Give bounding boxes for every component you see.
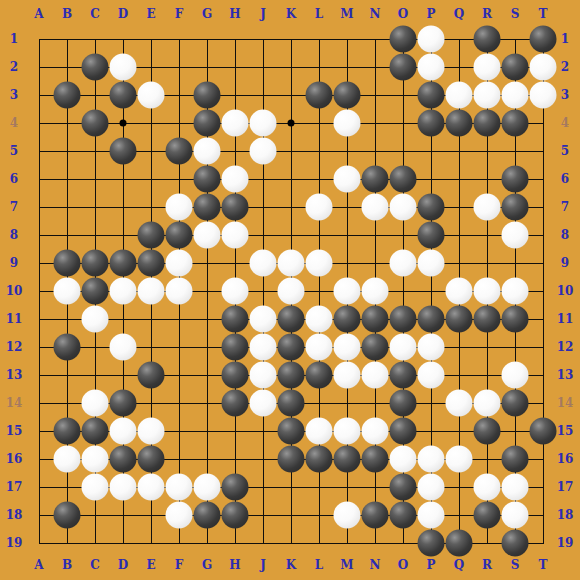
cell-K14[interactable] [277, 389, 305, 417]
cell-N4[interactable] [361, 109, 389, 137]
cell-B11[interactable] [53, 305, 81, 333]
cell-K10[interactable] [277, 277, 305, 305]
cell-P13[interactable] [417, 361, 445, 389]
cell-S13[interactable] [501, 361, 529, 389]
cell-H18[interactable] [221, 501, 249, 529]
cell-P6[interactable] [417, 165, 445, 193]
cell-P15[interactable] [417, 417, 445, 445]
cell-L3[interactable] [305, 81, 333, 109]
cell-C19[interactable] [81, 529, 109, 557]
cell-B8[interactable] [53, 221, 81, 249]
cell-O15[interactable] [389, 417, 417, 445]
cell-L17[interactable] [305, 473, 333, 501]
cell-H3[interactable] [221, 81, 249, 109]
cell-N16[interactable] [361, 445, 389, 473]
cell-O9[interactable] [389, 249, 417, 277]
cell-E15[interactable] [137, 417, 165, 445]
cell-L1[interactable] [305, 25, 333, 53]
cell-R16[interactable] [473, 445, 501, 473]
cell-L8[interactable] [305, 221, 333, 249]
cell-C15[interactable] [81, 417, 109, 445]
cell-K2[interactable] [277, 53, 305, 81]
cell-D3[interactable] [109, 81, 137, 109]
cell-R15[interactable] [473, 417, 501, 445]
cell-F4[interactable] [165, 109, 193, 137]
cell-J14[interactable] [249, 389, 277, 417]
cell-M18[interactable] [333, 501, 361, 529]
cell-L19[interactable] [305, 529, 333, 557]
cell-J19[interactable] [249, 529, 277, 557]
cell-E1[interactable] [137, 25, 165, 53]
cell-N5[interactable] [361, 137, 389, 165]
cell-C4[interactable] [81, 109, 109, 137]
cell-R14[interactable] [473, 389, 501, 417]
cell-P2[interactable] [417, 53, 445, 81]
cell-C18[interactable] [81, 501, 109, 529]
cell-P17[interactable] [417, 473, 445, 501]
cell-D7[interactable] [109, 193, 137, 221]
cell-B14[interactable] [53, 389, 81, 417]
cell-M12[interactable] [333, 333, 361, 361]
cell-O6[interactable] [389, 165, 417, 193]
cell-A13[interactable] [25, 361, 53, 389]
cell-A12[interactable] [25, 333, 53, 361]
cell-O1[interactable] [389, 25, 417, 53]
cell-Q11[interactable] [445, 305, 473, 333]
cell-G1[interactable] [193, 25, 221, 53]
cell-P18[interactable] [417, 501, 445, 529]
cell-J6[interactable] [249, 165, 277, 193]
cell-S1[interactable] [501, 25, 529, 53]
cell-M3[interactable] [333, 81, 361, 109]
cell-M16[interactable] [333, 445, 361, 473]
cell-O17[interactable] [389, 473, 417, 501]
cell-H8[interactable] [221, 221, 249, 249]
cell-A19[interactable] [25, 529, 53, 557]
cell-A1[interactable] [25, 25, 53, 53]
cell-J9[interactable] [249, 249, 277, 277]
cell-J17[interactable] [249, 473, 277, 501]
cell-N15[interactable] [361, 417, 389, 445]
cell-K8[interactable] [277, 221, 305, 249]
cell-P7[interactable] [417, 193, 445, 221]
cell-N14[interactable] [361, 389, 389, 417]
cell-L10[interactable] [305, 277, 333, 305]
cell-C11[interactable] [81, 305, 109, 333]
cell-R5[interactable] [473, 137, 501, 165]
cell-E2[interactable] [137, 53, 165, 81]
cell-J4[interactable] [249, 109, 277, 137]
cell-E8[interactable] [137, 221, 165, 249]
cell-A8[interactable] [25, 221, 53, 249]
cell-N12[interactable] [361, 333, 389, 361]
cell-A9[interactable] [25, 249, 53, 277]
cell-F13[interactable] [165, 361, 193, 389]
cell-J5[interactable] [249, 137, 277, 165]
cell-L13[interactable] [305, 361, 333, 389]
cell-K18[interactable] [277, 501, 305, 529]
cell-A6[interactable] [25, 165, 53, 193]
cell-M11[interactable] [333, 305, 361, 333]
cell-L6[interactable] [305, 165, 333, 193]
cell-F15[interactable] [165, 417, 193, 445]
cell-D8[interactable] [109, 221, 137, 249]
cell-Q10[interactable] [445, 277, 473, 305]
cell-Q18[interactable] [445, 501, 473, 529]
cell-S16[interactable] [501, 445, 529, 473]
cell-G5[interactable] [193, 137, 221, 165]
cell-H13[interactable] [221, 361, 249, 389]
cell-S12[interactable] [501, 333, 529, 361]
cell-K9[interactable] [277, 249, 305, 277]
cell-C13[interactable] [81, 361, 109, 389]
cell-O18[interactable] [389, 501, 417, 529]
cell-G6[interactable] [193, 165, 221, 193]
cell-P12[interactable] [417, 333, 445, 361]
cell-Q6[interactable] [445, 165, 473, 193]
cell-K16[interactable] [277, 445, 305, 473]
cell-A14[interactable] [25, 389, 53, 417]
cell-M7[interactable] [333, 193, 361, 221]
cell-M14[interactable] [333, 389, 361, 417]
cell-S18[interactable] [501, 501, 529, 529]
cell-N8[interactable] [361, 221, 389, 249]
cell-A3[interactable] [25, 81, 53, 109]
cell-L12[interactable] [305, 333, 333, 361]
cell-J10[interactable] [249, 277, 277, 305]
cell-B1[interactable] [53, 25, 81, 53]
cell-B16[interactable] [53, 445, 81, 473]
cell-N9[interactable] [361, 249, 389, 277]
cell-D5[interactable] [109, 137, 137, 165]
cell-K3[interactable] [277, 81, 305, 109]
cell-G8[interactable] [193, 221, 221, 249]
cell-L9[interactable] [305, 249, 333, 277]
cell-O12[interactable] [389, 333, 417, 361]
cell-B18[interactable] [53, 501, 81, 529]
cell-A5[interactable] [25, 137, 53, 165]
cell-N17[interactable] [361, 473, 389, 501]
cell-R12[interactable] [473, 333, 501, 361]
cell-P19[interactable] [417, 529, 445, 557]
cell-R7[interactable] [473, 193, 501, 221]
cell-K17[interactable] [277, 473, 305, 501]
cell-E4[interactable] [137, 109, 165, 137]
cell-D19[interactable] [109, 529, 137, 557]
cell-F14[interactable] [165, 389, 193, 417]
cell-R11[interactable] [473, 305, 501, 333]
cell-N6[interactable] [361, 165, 389, 193]
cell-D1[interactable] [109, 25, 137, 53]
cell-O4[interactable] [389, 109, 417, 137]
cell-F6[interactable] [165, 165, 193, 193]
cell-N2[interactable] [361, 53, 389, 81]
cell-N19[interactable] [361, 529, 389, 557]
cell-D4[interactable] [109, 109, 137, 137]
cell-L2[interactable] [305, 53, 333, 81]
cell-B9[interactable] [53, 249, 81, 277]
cell-F12[interactable] [165, 333, 193, 361]
cell-B7[interactable] [53, 193, 81, 221]
cell-A17[interactable] [25, 473, 53, 501]
cell-S5[interactable] [501, 137, 529, 165]
cell-P5[interactable] [417, 137, 445, 165]
cell-Q13[interactable] [445, 361, 473, 389]
cell-K1[interactable] [277, 25, 305, 53]
cell-F18[interactable] [165, 501, 193, 529]
cell-Q12[interactable] [445, 333, 473, 361]
cell-E5[interactable] [137, 137, 165, 165]
cell-B3[interactable] [53, 81, 81, 109]
cell-L16[interactable] [305, 445, 333, 473]
cell-A18[interactable] [25, 501, 53, 529]
cell-R10[interactable] [473, 277, 501, 305]
cell-P16[interactable] [417, 445, 445, 473]
cell-C10[interactable] [81, 277, 109, 305]
cell-D18[interactable] [109, 501, 137, 529]
cell-E7[interactable] [137, 193, 165, 221]
cell-B4[interactable] [53, 109, 81, 137]
cell-D15[interactable] [109, 417, 137, 445]
cell-L15[interactable] [305, 417, 333, 445]
cell-B17[interactable] [53, 473, 81, 501]
cell-J18[interactable] [249, 501, 277, 529]
cell-K7[interactable] [277, 193, 305, 221]
cell-K5[interactable] [277, 137, 305, 165]
cell-S9[interactable] [501, 249, 529, 277]
cell-Q15[interactable] [445, 417, 473, 445]
cell-E16[interactable] [137, 445, 165, 473]
cell-C2[interactable] [81, 53, 109, 81]
cell-H9[interactable] [221, 249, 249, 277]
cell-A2[interactable] [25, 53, 53, 81]
cell-Q7[interactable] [445, 193, 473, 221]
cell-J15[interactable] [249, 417, 277, 445]
cell-P3[interactable] [417, 81, 445, 109]
cell-M9[interactable] [333, 249, 361, 277]
cell-K13[interactable] [277, 361, 305, 389]
cell-D16[interactable] [109, 445, 137, 473]
cell-H6[interactable] [221, 165, 249, 193]
cell-N3[interactable] [361, 81, 389, 109]
cell-C9[interactable] [81, 249, 109, 277]
cell-Q17[interactable] [445, 473, 473, 501]
cell-R19[interactable] [473, 529, 501, 557]
cell-K6[interactable] [277, 165, 305, 193]
cell-C5[interactable] [81, 137, 109, 165]
cell-H11[interactable] [221, 305, 249, 333]
cell-C14[interactable] [81, 389, 109, 417]
cell-M1[interactable] [333, 25, 361, 53]
cell-C17[interactable] [81, 473, 109, 501]
cell-P8[interactable] [417, 221, 445, 249]
cell-E14[interactable] [137, 389, 165, 417]
cell-Q5[interactable] [445, 137, 473, 165]
cell-L14[interactable] [305, 389, 333, 417]
cell-B15[interactable] [53, 417, 81, 445]
cell-G19[interactable] [193, 529, 221, 557]
cell-O16[interactable] [389, 445, 417, 473]
cell-E11[interactable] [137, 305, 165, 333]
cell-D13[interactable] [109, 361, 137, 389]
cell-S19[interactable] [501, 529, 529, 557]
cell-D9[interactable] [109, 249, 137, 277]
cell-B13[interactable] [53, 361, 81, 389]
cell-J8[interactable] [249, 221, 277, 249]
cell-P14[interactable] [417, 389, 445, 417]
cell-G2[interactable] [193, 53, 221, 81]
cell-H14[interactable] [221, 389, 249, 417]
cell-K19[interactable] [277, 529, 305, 557]
cell-R6[interactable] [473, 165, 501, 193]
cell-C7[interactable] [81, 193, 109, 221]
cell-C6[interactable] [81, 165, 109, 193]
cell-S10[interactable] [501, 277, 529, 305]
cell-H5[interactable] [221, 137, 249, 165]
cell-O2[interactable] [389, 53, 417, 81]
cell-L18[interactable] [305, 501, 333, 529]
cell-P4[interactable] [417, 109, 445, 137]
cell-Q16[interactable] [445, 445, 473, 473]
cell-E18[interactable] [137, 501, 165, 529]
cell-G9[interactable] [193, 249, 221, 277]
cell-G18[interactable] [193, 501, 221, 529]
cell-E13[interactable] [137, 361, 165, 389]
cell-H10[interactable] [221, 277, 249, 305]
cell-F3[interactable] [165, 81, 193, 109]
cell-H4[interactable] [221, 109, 249, 137]
cell-G3[interactable] [193, 81, 221, 109]
cell-H1[interactable] [221, 25, 249, 53]
cell-G7[interactable] [193, 193, 221, 221]
cell-A15[interactable] [25, 417, 53, 445]
cell-M2[interactable] [333, 53, 361, 81]
cell-E12[interactable] [137, 333, 165, 361]
cell-C16[interactable] [81, 445, 109, 473]
cell-S17[interactable] [501, 473, 529, 501]
cell-F8[interactable] [165, 221, 193, 249]
cell-E17[interactable] [137, 473, 165, 501]
cell-S6[interactable] [501, 165, 529, 193]
cell-P1[interactable] [417, 25, 445, 53]
cell-Q19[interactable] [445, 529, 473, 557]
cell-B6[interactable] [53, 165, 81, 193]
cell-C8[interactable] [81, 221, 109, 249]
cell-D17[interactable] [109, 473, 137, 501]
cell-B12[interactable] [53, 333, 81, 361]
cell-F17[interactable] [165, 473, 193, 501]
cell-N7[interactable] [361, 193, 389, 221]
cell-O8[interactable] [389, 221, 417, 249]
cell-D6[interactable] [109, 165, 137, 193]
cell-A7[interactable] [25, 193, 53, 221]
cell-H15[interactable] [221, 417, 249, 445]
cell-F9[interactable] [165, 249, 193, 277]
cell-G17[interactable] [193, 473, 221, 501]
cell-S8[interactable] [501, 221, 529, 249]
cell-E19[interactable] [137, 529, 165, 557]
cell-E10[interactable] [137, 277, 165, 305]
cell-G16[interactable] [193, 445, 221, 473]
cell-L5[interactable] [305, 137, 333, 165]
cell-S14[interactable] [501, 389, 529, 417]
cell-G11[interactable] [193, 305, 221, 333]
cell-D2[interactable] [109, 53, 137, 81]
cell-O7[interactable] [389, 193, 417, 221]
cell-G15[interactable] [193, 417, 221, 445]
cell-O10[interactable] [389, 277, 417, 305]
cell-C1[interactable] [81, 25, 109, 53]
cell-E6[interactable] [137, 165, 165, 193]
cell-G14[interactable] [193, 389, 221, 417]
cell-F11[interactable] [165, 305, 193, 333]
cell-R17[interactable] [473, 473, 501, 501]
cell-M10[interactable] [333, 277, 361, 305]
cell-Q9[interactable] [445, 249, 473, 277]
cell-R1[interactable] [473, 25, 501, 53]
cell-S4[interactable] [501, 109, 529, 137]
cell-O19[interactable] [389, 529, 417, 557]
cell-J2[interactable] [249, 53, 277, 81]
cell-B19[interactable] [53, 529, 81, 557]
cell-K11[interactable] [277, 305, 305, 333]
cell-J7[interactable] [249, 193, 277, 221]
cell-B5[interactable] [53, 137, 81, 165]
cell-H12[interactable] [221, 333, 249, 361]
cell-H16[interactable] [221, 445, 249, 473]
cell-L11[interactable] [305, 305, 333, 333]
cell-R3[interactable] [473, 81, 501, 109]
cell-R18[interactable] [473, 501, 501, 529]
cell-F5[interactable] [165, 137, 193, 165]
cell-G10[interactable] [193, 277, 221, 305]
cell-N13[interactable] [361, 361, 389, 389]
cell-C3[interactable] [81, 81, 109, 109]
cell-N11[interactable] [361, 305, 389, 333]
cell-K15[interactable] [277, 417, 305, 445]
cell-M15[interactable] [333, 417, 361, 445]
cell-J13[interactable] [249, 361, 277, 389]
cell-H7[interactable] [221, 193, 249, 221]
cell-F1[interactable] [165, 25, 193, 53]
cell-F7[interactable] [165, 193, 193, 221]
cell-R2[interactable] [473, 53, 501, 81]
cell-G4[interactable] [193, 109, 221, 137]
cell-A16[interactable] [25, 445, 53, 473]
cell-E9[interactable] [137, 249, 165, 277]
cell-M8[interactable] [333, 221, 361, 249]
cell-C12[interactable] [81, 333, 109, 361]
cell-N1[interactable] [361, 25, 389, 53]
cell-G13[interactable] [193, 361, 221, 389]
cell-F10[interactable] [165, 277, 193, 305]
cell-K12[interactable] [277, 333, 305, 361]
cell-S3[interactable] [501, 81, 529, 109]
cell-J16[interactable] [249, 445, 277, 473]
cell-A11[interactable] [25, 305, 53, 333]
cell-A4[interactable] [25, 109, 53, 137]
cell-A10[interactable] [25, 277, 53, 305]
cell-Q14[interactable] [445, 389, 473, 417]
cell-S15[interactable] [501, 417, 529, 445]
cell-N10[interactable] [361, 277, 389, 305]
cell-E3[interactable] [137, 81, 165, 109]
cell-D12[interactable] [109, 333, 137, 361]
cell-N18[interactable] [361, 501, 389, 529]
cell-G12[interactable] [193, 333, 221, 361]
cell-S11[interactable] [501, 305, 529, 333]
cell-H19[interactable] [221, 529, 249, 557]
